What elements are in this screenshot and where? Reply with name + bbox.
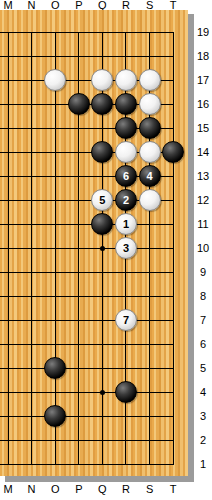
- intersection-P17[interactable]: [67, 68, 91, 92]
- row-label-16: 16: [194, 97, 212, 111]
- col-label-top-N: N: [28, 0, 36, 10]
- white-stone-R17[interactable]: [115, 69, 137, 91]
- black-stone-S13[interactable]: 4: [139, 165, 161, 187]
- intersection-O13[interactable]: [43, 164, 67, 188]
- row-label-5: 5: [194, 361, 212, 375]
- intersection-M10[interactable]: [0, 236, 20, 260]
- intersection-O7[interactable]: [43, 308, 67, 332]
- row-label-1: 1: [194, 457, 212, 471]
- intersection-M7[interactable]: [0, 308, 20, 332]
- intersection-M19[interactable]: [0, 20, 20, 44]
- white-stone-S14[interactable]: [139, 141, 161, 163]
- row-label-15: 15: [194, 121, 212, 135]
- intersection-S9[interactable]: [138, 260, 162, 284]
- intersection-O1[interactable]: [43, 452, 67, 476]
- intersection-O11[interactable]: [43, 212, 67, 236]
- col-label-top-M: M: [3, 0, 12, 10]
- row-label-14: 14: [194, 145, 212, 159]
- intersection-P8[interactable]: [67, 284, 91, 308]
- intersection-Q2[interactable]: [91, 428, 115, 452]
- intersection-N3[interactable]: [20, 404, 44, 428]
- black-stone-Q16[interactable]: [91, 93, 113, 115]
- move-number: 4: [147, 170, 153, 182]
- intersection-M9[interactable]: [0, 260, 20, 284]
- intersection-R6[interactable]: [114, 332, 138, 356]
- intersection-R17[interactable]: [114, 68, 138, 92]
- intersection-O15[interactable]: [43, 116, 67, 140]
- move-number: 6: [123, 170, 129, 182]
- intersection-Q13[interactable]: [91, 164, 115, 188]
- intersection-Q7[interactable]: [91, 308, 115, 332]
- black-stone-O3[interactable]: [44, 405, 66, 427]
- intersection-T14[interactable]: [161, 140, 185, 164]
- intersection-O14[interactable]: [43, 140, 67, 164]
- intersection-S6[interactable]: [138, 332, 162, 356]
- intersection-R19[interactable]: [114, 20, 138, 44]
- col-label-bottom-S: S: [146, 482, 153, 497]
- black-stone-Q11[interactable]: [91, 213, 113, 235]
- intersection-M13[interactable]: [0, 164, 20, 188]
- intersection-Q14[interactable]: [91, 140, 115, 164]
- intersection-P3[interactable]: [67, 404, 91, 428]
- intersection-P14[interactable]: [67, 140, 91, 164]
- intersection-O16[interactable]: [43, 92, 67, 116]
- intersection-Q9[interactable]: [91, 260, 115, 284]
- intersection-S11[interactable]: [138, 212, 162, 236]
- intersection-S18[interactable]: [138, 44, 162, 68]
- intersection-S15[interactable]: [138, 116, 162, 140]
- row-coordinate-labels: 19181716151413121110987654321: [194, 0, 212, 500]
- intersection-S7[interactable]: [138, 308, 162, 332]
- intersection-Q12[interactable]: 5: [91, 188, 115, 212]
- intersection-P7[interactable]: [67, 308, 91, 332]
- intersection-R14[interactable]: [114, 140, 138, 164]
- intersection-T17[interactable]: [161, 68, 185, 92]
- intersection-R18[interactable]: [114, 44, 138, 68]
- move-number: 7: [123, 314, 129, 326]
- star-point-Q4: [100, 390, 105, 395]
- intersection-N14[interactable]: [20, 140, 44, 164]
- intersection-S5[interactable]: [138, 356, 162, 380]
- move-number: 2: [123, 194, 129, 206]
- intersection-R11[interactable]: 1: [114, 212, 138, 236]
- col-label-bottom-N: N: [28, 482, 36, 497]
- intersection-N1[interactable]: [20, 452, 44, 476]
- move-number: 3: [123, 242, 129, 254]
- col-label-bottom-P: P: [75, 482, 82, 497]
- row-label-19: 19: [194, 25, 212, 39]
- intersection-P11[interactable]: [67, 212, 91, 236]
- intersection-T4[interactable]: [161, 380, 185, 404]
- intersection-M18[interactable]: [0, 44, 20, 68]
- intersection-T19[interactable]: [161, 20, 185, 44]
- intersection-O10[interactable]: [43, 236, 67, 260]
- intersection-Q19[interactable]: [91, 20, 115, 44]
- intersection-S10[interactable]: [138, 236, 162, 260]
- intersection-N11[interactable]: [20, 212, 44, 236]
- intersection-M3[interactable]: [0, 404, 20, 428]
- intersection-S19[interactable]: [138, 20, 162, 44]
- intersection-T12[interactable]: [161, 188, 185, 212]
- intersection-S2[interactable]: [138, 428, 162, 452]
- intersection-R16[interactable]: [114, 92, 138, 116]
- intersection-O18[interactable]: [43, 44, 67, 68]
- intersection-O2[interactable]: [43, 428, 67, 452]
- intersection-S13[interactable]: 4: [138, 164, 162, 188]
- col-label-top-T: T: [170, 0, 177, 10]
- intersection-R9[interactable]: [114, 260, 138, 284]
- intersection-N6[interactable]: [20, 332, 44, 356]
- row-label-18: 18: [194, 49, 212, 63]
- intersection-Q1[interactable]: [91, 452, 115, 476]
- white-stone-Q12[interactable]: 5: [91, 189, 113, 211]
- intersection-M8[interactable]: [0, 284, 20, 308]
- intersection-R5[interactable]: [114, 356, 138, 380]
- intersection-N16[interactable]: [20, 92, 44, 116]
- intersection-P15[interactable]: [67, 116, 91, 140]
- intersection-Q18[interactable]: [91, 44, 115, 68]
- intersection-R3[interactable]: [114, 404, 138, 428]
- intersection-T18[interactable]: [161, 44, 185, 68]
- white-stone-S12[interactable]: [139, 189, 161, 211]
- intersection-N13[interactable]: [20, 164, 44, 188]
- intersection-T10[interactable]: [161, 236, 185, 260]
- intersection-M14[interactable]: [0, 140, 20, 164]
- intersection-R8[interactable]: [114, 284, 138, 308]
- white-stone-R11[interactable]: 1: [115, 213, 137, 235]
- intersection-P1[interactable]: [67, 452, 91, 476]
- intersection-O4[interactable]: [43, 380, 67, 404]
- intersection-N10[interactable]: [20, 236, 44, 260]
- intersection-O6[interactable]: [43, 332, 67, 356]
- intersection-S17[interactable]: [138, 68, 162, 92]
- white-stone-O17[interactable]: [44, 69, 66, 91]
- intersection-T9[interactable]: [161, 260, 185, 284]
- intersection-O9[interactable]: [43, 260, 67, 284]
- intersection-T15[interactable]: [161, 116, 185, 140]
- col-label-top-Q: Q: [98, 0, 107, 10]
- black-stone-R16[interactable]: [115, 93, 137, 115]
- intersection-M1[interactable]: [0, 452, 20, 476]
- intersection-O19[interactable]: [43, 20, 67, 44]
- intersection-O5[interactable]: [43, 356, 67, 380]
- intersection-S14[interactable]: [138, 140, 162, 164]
- white-stone-R10[interactable]: 3: [115, 237, 137, 259]
- intersection-O17[interactable]: [43, 68, 67, 92]
- intersection-T11[interactable]: [161, 212, 185, 236]
- intersection-R1[interactable]: [114, 452, 138, 476]
- intersection-O12[interactable]: [43, 188, 67, 212]
- row-label-2: 2: [194, 433, 212, 447]
- col-label-bottom-T: T: [170, 482, 177, 497]
- intersection-T7[interactable]: [161, 308, 185, 332]
- intersection-O3[interactable]: [43, 404, 67, 428]
- row-label-10: 10: [194, 241, 212, 255]
- black-stone-Q14[interactable]: [91, 141, 113, 163]
- intersection-M5[interactable]: [0, 356, 20, 380]
- intersection-N12[interactable]: [20, 188, 44, 212]
- intersection-M11[interactable]: [0, 212, 20, 236]
- white-stone-S17[interactable]: [139, 69, 161, 91]
- intersection-T3[interactable]: [161, 404, 185, 428]
- intersection-M4[interactable]: [0, 380, 20, 404]
- intersection-P12[interactable]: [67, 188, 91, 212]
- intersection-M16[interactable]: [0, 92, 20, 116]
- row-label-6: 6: [194, 337, 212, 351]
- row-label-7: 7: [194, 313, 212, 327]
- intersection-N9[interactable]: [20, 260, 44, 284]
- intersection-N15[interactable]: [20, 116, 44, 140]
- row-label-4: 4: [194, 385, 212, 399]
- row-label-9: 9: [194, 265, 212, 279]
- intersection-Q17[interactable]: [91, 68, 115, 92]
- intersection-Q6[interactable]: [91, 332, 115, 356]
- black-stone-S15[interactable]: [139, 117, 161, 139]
- intersection-T13[interactable]: [161, 164, 185, 188]
- black-stone-P16[interactable]: [68, 93, 90, 115]
- intersection-Q4[interactable]: [91, 380, 115, 404]
- intersection-R7[interactable]: 7: [114, 308, 138, 332]
- board-grid: 6452137: [0, 20, 185, 476]
- intersection-N18[interactable]: [20, 44, 44, 68]
- col-label-top-S: S: [146, 0, 153, 10]
- row-label-8: 8: [194, 289, 212, 303]
- intersection-T6[interactable]: [161, 332, 185, 356]
- intersection-Q8[interactable]: [91, 284, 115, 308]
- intersection-Q16[interactable]: [91, 92, 115, 116]
- intersection-P5[interactable]: [67, 356, 91, 380]
- white-stone-Q17[interactable]: [91, 69, 113, 91]
- intersection-T16[interactable]: [161, 92, 185, 116]
- intersection-S16[interactable]: [138, 92, 162, 116]
- top-coordinate-labels: MNOPQRST: [0, 0, 212, 10]
- col-label-bottom-O: O: [51, 482, 60, 497]
- intersection-T2[interactable]: [161, 428, 185, 452]
- intersection-R4[interactable]: [114, 380, 138, 404]
- col-label-top-R: R: [122, 0, 130, 10]
- intersection-M2[interactable]: [0, 428, 20, 452]
- black-stone-T14[interactable]: [162, 141, 184, 163]
- intersection-Q5[interactable]: [91, 356, 115, 380]
- black-stone-R13[interactable]: 6: [115, 165, 137, 187]
- intersection-T8[interactable]: [161, 284, 185, 308]
- intersection-P16[interactable]: [67, 92, 91, 116]
- intersection-N8[interactable]: [20, 284, 44, 308]
- col-label-top-P: P: [75, 0, 82, 10]
- intersection-Q10[interactable]: [91, 236, 115, 260]
- intersection-N2[interactable]: [20, 428, 44, 452]
- col-label-bottom-Q: Q: [98, 482, 107, 497]
- intersection-S3[interactable]: [138, 404, 162, 428]
- intersection-R10[interactable]: 3: [114, 236, 138, 260]
- intersection-T5[interactable]: [161, 356, 185, 380]
- go-diagram: MNOPQRST 6452137 19181716151413121110987…: [0, 0, 212, 500]
- row-label-17: 17: [194, 73, 212, 87]
- intersection-S4[interactable]: [138, 380, 162, 404]
- go-board: 6452137: [0, 10, 188, 476]
- intersection-R13[interactable]: 6: [114, 164, 138, 188]
- intersection-M12[interactable]: [0, 188, 20, 212]
- black-stone-R15[interactable]: [115, 117, 137, 139]
- intersection-M17[interactable]: [0, 68, 20, 92]
- intersection-R2[interactable]: [114, 428, 138, 452]
- intersection-N17[interactable]: [20, 68, 44, 92]
- row-label-3: 3: [194, 409, 212, 423]
- intersection-P4[interactable]: [67, 380, 91, 404]
- intersection-T1[interactable]: [161, 452, 185, 476]
- intersection-P6[interactable]: [67, 332, 91, 356]
- move-number: 5: [99, 194, 105, 206]
- intersection-P19[interactable]: [67, 20, 91, 44]
- intersection-S12[interactable]: [138, 188, 162, 212]
- intersection-P2[interactable]: [67, 428, 91, 452]
- star-point-Q10: [100, 246, 105, 251]
- intersection-N7[interactable]: [20, 308, 44, 332]
- col-label-top-O: O: [51, 0, 60, 10]
- intersection-M6[interactable]: [0, 332, 20, 356]
- bottom-coordinate-labels: MNOPQRST: [0, 482, 212, 497]
- intersection-R15[interactable]: [114, 116, 138, 140]
- intersection-N5[interactable]: [20, 356, 44, 380]
- intersection-S8[interactable]: [138, 284, 162, 308]
- row-label-11: 11: [194, 217, 212, 231]
- col-label-bottom-M: M: [3, 482, 12, 497]
- white-stone-S16[interactable]: [139, 93, 161, 115]
- intersection-N4[interactable]: [20, 380, 44, 404]
- intersection-Q11[interactable]: [91, 212, 115, 236]
- black-stone-R12[interactable]: 2: [115, 189, 137, 211]
- intersection-P18[interactable]: [67, 44, 91, 68]
- white-stone-R7[interactable]: 7: [115, 309, 137, 331]
- white-stone-R14[interactable]: [115, 141, 137, 163]
- move-number: 1: [123, 218, 129, 230]
- intersection-Q3[interactable]: [91, 404, 115, 428]
- black-stone-O5[interactable]: [44, 357, 66, 379]
- intersection-P10[interactable]: [67, 236, 91, 260]
- intersection-Q15[interactable]: [91, 116, 115, 140]
- intersection-P9[interactable]: [67, 260, 91, 284]
- row-label-12: 12: [194, 193, 212, 207]
- row-label-13: 13: [194, 169, 212, 183]
- intersection-S1[interactable]: [138, 452, 162, 476]
- black-stone-R4[interactable]: [115, 381, 137, 403]
- col-label-bottom-R: R: [122, 482, 130, 497]
- intersection-P13[interactable]: [67, 164, 91, 188]
- intersection-O8[interactable]: [43, 284, 67, 308]
- intersection-N19[interactable]: [20, 20, 44, 44]
- intersection-R12[interactable]: 2: [114, 188, 138, 212]
- intersection-M15[interactable]: [0, 116, 20, 140]
